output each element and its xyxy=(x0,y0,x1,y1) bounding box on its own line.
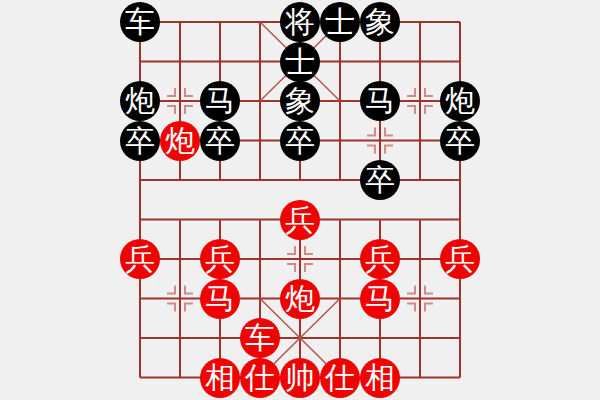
xiangqi-app: 车将士象士炮马象马炮卒炮卒卒卒卒兵兵兵兵兵马炮马车相仕帅仕相 xyxy=(0,0,600,400)
black-soldier[interactable]: 卒 xyxy=(440,121,480,161)
black-elephant[interactable]: 象 xyxy=(280,81,320,121)
red-soldier[interactable]: 兵 xyxy=(200,239,240,279)
red-cannon[interactable]: 炮 xyxy=(160,121,200,161)
black-horse[interactable]: 马 xyxy=(360,81,400,121)
red-horse[interactable]: 马 xyxy=(360,279,400,319)
red-soldier[interactable]: 兵 xyxy=(120,239,160,279)
red-soldier[interactable]: 兵 xyxy=(360,239,400,279)
black-soldier[interactable]: 卒 xyxy=(280,121,320,161)
black-soldier[interactable]: 卒 xyxy=(120,121,160,161)
red-chariot[interactable]: 车 xyxy=(240,318,280,358)
black-soldier[interactable]: 卒 xyxy=(200,121,240,161)
black-cannon[interactable]: 炮 xyxy=(440,81,480,121)
red-general[interactable]: 帅 xyxy=(280,358,320,398)
red-soldier[interactable]: 兵 xyxy=(280,200,320,240)
pieces-layer: 车将士象士炮马象马炮卒炮卒卒卒卒兵兵兵兵兵马炮马车相仕帅仕相 xyxy=(0,0,600,400)
red-soldier[interactable]: 兵 xyxy=(440,239,480,279)
red-advisor[interactable]: 仕 xyxy=(240,358,280,398)
red-elephant[interactable]: 相 xyxy=(200,358,240,398)
black-advisor[interactable]: 士 xyxy=(280,42,320,82)
black-soldier[interactable]: 卒 xyxy=(360,160,400,200)
black-general[interactable]: 将 xyxy=(280,2,320,42)
red-advisor[interactable]: 仕 xyxy=(320,358,360,398)
red-elephant[interactable]: 相 xyxy=(360,358,400,398)
red-horse[interactable]: 马 xyxy=(200,279,240,319)
xiangqi-board[interactable]: 车将士象士炮马象马炮卒炮卒卒卒卒兵兵兵兵兵马炮马车相仕帅仕相 xyxy=(0,0,600,400)
black-cannon[interactable]: 炮 xyxy=(120,81,160,121)
black-horse[interactable]: 马 xyxy=(200,81,240,121)
red-cannon[interactable]: 炮 xyxy=(280,279,320,319)
black-advisor[interactable]: 士 xyxy=(320,2,360,42)
black-elephant[interactable]: 象 xyxy=(360,2,400,42)
black-chariot[interactable]: 车 xyxy=(120,2,160,42)
